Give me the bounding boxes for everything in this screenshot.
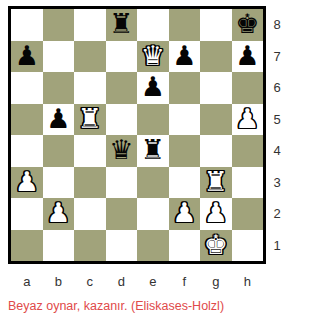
square-g7[interactable] [200,41,232,73]
rank-label-8: 8 [266,9,288,41]
square-b5[interactable]: ♟ [43,104,75,136]
square-h2[interactable] [232,198,264,230]
square-f5[interactable] [169,104,201,136]
caption: Beyaz oynar, kazanır. (Eliskases-Holzl) [8,299,224,313]
square-e2[interactable] [137,198,169,230]
square-e5[interactable] [137,104,169,136]
white-rook-g3[interactable]: ♜ [204,168,228,195]
square-d1[interactable] [106,230,138,262]
square-b2[interactable]: ♟ [43,198,75,230]
square-f2[interactable]: ♟ [169,198,201,230]
square-h7[interactable]: ♟ [232,41,264,73]
square-e3[interactable] [137,167,169,199]
square-d8[interactable]: ♜ [106,9,138,41]
black-pawn-b5[interactable]: ♟ [46,105,70,132]
square-e4[interactable]: ♜ [137,135,169,167]
square-a5[interactable] [11,104,43,136]
rank-label-4: 4 [266,135,288,167]
file-label-d: d [106,273,138,289]
square-b4[interactable] [43,135,75,167]
white-pawn-f2[interactable]: ♟ [172,199,196,226]
square-e1[interactable] [137,230,169,262]
square-b7[interactable] [43,41,75,73]
file-labels: abcdefgh [11,273,263,289]
rank-label-3: 3 [266,167,288,199]
white-pawn-a3[interactable]: ♟ [15,168,39,195]
square-e7[interactable]: ♛ [137,41,169,73]
black-queen-d4[interactable]: ♛ [109,136,133,163]
black-pawn-a7[interactable]: ♟ [15,42,39,69]
white-queen-e7[interactable]: ♛ [141,42,165,69]
square-c2[interactable] [74,198,106,230]
rank-label-6: 6 [266,72,288,104]
square-c7[interactable] [74,41,106,73]
square-a4[interactable] [11,135,43,167]
square-b1[interactable] [43,230,75,262]
square-a8[interactable] [11,9,43,41]
black-pawn-h7[interactable]: ♟ [235,42,259,69]
square-c8[interactable] [74,9,106,41]
square-f7[interactable]: ♟ [169,41,201,73]
square-f6[interactable] [169,72,201,104]
square-g5[interactable] [200,104,232,136]
black-pawn-e6[interactable]: ♟ [141,73,165,100]
chess-board: ♜♚♟♛♟♟♟♟♜♟♛♜♟♜♟♟♟♚ [8,6,266,264]
square-h3[interactable] [232,167,264,199]
square-g6[interactable] [200,72,232,104]
square-e8[interactable] [137,9,169,41]
square-d3[interactable] [106,167,138,199]
square-g2[interactable]: ♟ [200,198,232,230]
square-a7[interactable]: ♟ [11,41,43,73]
square-f4[interactable] [169,135,201,167]
file-label-g: g [200,273,232,289]
square-a3[interactable]: ♟ [11,167,43,199]
white-pawn-h5[interactable]: ♟ [235,105,259,132]
file-label-f: f [169,273,201,289]
square-h8[interactable]: ♚ [232,9,264,41]
square-a6[interactable] [11,72,43,104]
black-pawn-f7[interactable]: ♟ [172,42,196,69]
square-f8[interactable] [169,9,201,41]
square-c5[interactable]: ♜ [74,104,106,136]
square-g8[interactable] [200,9,232,41]
square-c3[interactable] [74,167,106,199]
black-rook-e4[interactable]: ♜ [141,136,165,163]
white-pawn-b2[interactable]: ♟ [46,199,70,226]
square-e6[interactable]: ♟ [137,72,169,104]
rank-label-7: 7 [266,41,288,73]
square-a2[interactable] [11,198,43,230]
chess-diagram: ♜♚♟♛♟♟♟♟♜♟♛♜♟♜♟♟♟♚ 87654321 abcdefgh Bey… [0,0,311,320]
square-c4[interactable] [74,135,106,167]
square-h1[interactable] [232,230,264,262]
black-rook-d8[interactable]: ♜ [109,10,133,37]
file-label-a: a [11,273,43,289]
square-d4[interactable]: ♛ [106,135,138,167]
rank-label-5: 5 [266,104,288,136]
square-d6[interactable] [106,72,138,104]
square-g3[interactable]: ♜ [200,167,232,199]
square-d7[interactable] [106,41,138,73]
square-b6[interactable] [43,72,75,104]
white-pawn-g2[interactable]: ♟ [204,199,228,226]
square-g4[interactable] [200,135,232,167]
square-f3[interactable] [169,167,201,199]
white-rook-c5[interactable]: ♜ [78,105,102,132]
square-c6[interactable] [74,72,106,104]
square-h4[interactable] [232,135,264,167]
white-king-g1[interactable]: ♚ [204,231,228,258]
square-c1[interactable] [74,230,106,262]
file-label-e: e [137,273,169,289]
square-a1[interactable] [11,230,43,262]
square-f1[interactable] [169,230,201,262]
rank-label-1: 1 [266,230,288,262]
black-king-h8[interactable]: ♚ [235,10,259,37]
file-label-b: b [43,273,75,289]
rank-label-2: 2 [266,198,288,230]
square-d2[interactable] [106,198,138,230]
square-b8[interactable] [43,9,75,41]
rank-labels: 87654321 [266,9,288,261]
square-g1[interactable]: ♚ [200,230,232,262]
square-h5[interactable]: ♟ [232,104,264,136]
square-d5[interactable] [106,104,138,136]
file-label-h: h [232,273,264,289]
square-b3[interactable] [43,167,75,199]
file-label-c: c [74,273,106,289]
square-h6[interactable] [232,72,264,104]
